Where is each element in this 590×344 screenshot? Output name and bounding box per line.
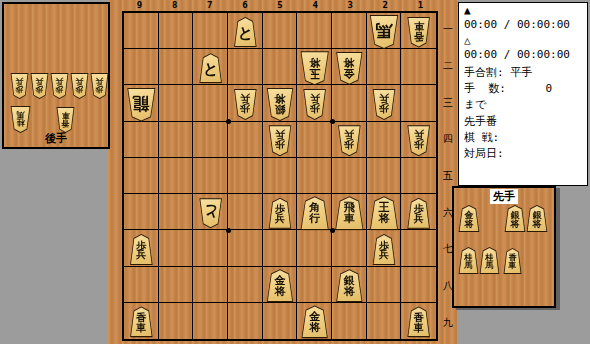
hoshi-dot — [330, 119, 335, 124]
move-count-text: 手 数: 0 — [464, 81, 552, 96]
piece-face: 馬 — [370, 16, 398, 48]
sente-captured-tray: 先手 金将銀将銀将 桂馬桂馬香車 — [452, 186, 556, 308]
board-cell-8八[interactable] — [159, 267, 194, 303]
piece-face: 歩兵 — [91, 74, 108, 98]
gote-tray-row-2: 桂馬香車 — [10, 106, 75, 133]
piece-face: 角行 — [301, 197, 329, 229]
board-cell-4七[interactable] — [297, 230, 332, 266]
piece-face: 歩兵 — [51, 74, 68, 98]
sente-clock: 00:00 / 00:00:00 — [464, 18, 570, 31]
piece-face: 玉将 — [301, 52, 329, 84]
rank-label-一: 一 — [440, 11, 456, 48]
piece-kanji: と — [234, 18, 256, 46]
piece-face: と — [234, 18, 256, 46]
board-cell-9二[interactable] — [124, 49, 159, 85]
piece-金将[interactable]: 金将 — [458, 205, 480, 232]
board-cell-8四[interactable] — [159, 122, 194, 158]
piece-face: 歩兵 — [71, 74, 88, 98]
piece-歩兵[interactable]: 歩兵 — [70, 73, 89, 99]
piece-face: 金将 — [336, 53, 362, 84]
piece-香車[interactable]: 香車 — [56, 107, 75, 133]
board-cell-8六[interactable] — [159, 194, 194, 230]
sente-tray-row-2: 桂馬桂馬香車 — [458, 247, 522, 274]
piece-face: 龍 — [127, 89, 155, 121]
event-text: 棋 戦: — [464, 130, 499, 145]
board-cell-4五[interactable] — [297, 158, 332, 194]
shogi-board[interactable]: と馬香車と玉将金将龍歩兵銀将歩兵歩兵歩兵歩兵歩兵と歩兵角行飛車王将歩兵歩兵歩兵金… — [122, 11, 438, 341]
piece-歩兵[interactable]: 歩兵 — [50, 73, 69, 99]
gote-captured-tray: 歩兵歩兵歩兵歩兵歩兵 桂馬香車 後手 — [2, 2, 110, 149]
piece-face: 香車 — [408, 18, 430, 47]
piece-face: 歩兵 — [304, 90, 326, 119]
board-cell-8三[interactable] — [159, 85, 194, 121]
board-cell-5二[interactable] — [263, 49, 298, 85]
board-cell-6六[interactable] — [228, 194, 263, 230]
piece-香車[interactable]: 香車 — [503, 248, 522, 274]
piece-face: 歩兵 — [373, 90, 395, 119]
piece-kanji: 歩兵 — [51, 74, 68, 98]
piece-kanji: 歩兵 — [338, 126, 360, 155]
board-cell-1三[interactable] — [401, 85, 436, 121]
piece-face: と — [200, 54, 222, 82]
file-label-2: 2 — [368, 0, 403, 11]
piece-face: 金将 — [267, 270, 293, 301]
piece-kanji: 歩兵 — [304, 90, 326, 119]
board-cell-6五[interactable] — [228, 158, 263, 194]
piece-kanji: 歩兵 — [11, 74, 28, 98]
piece-face: 桂馬 — [459, 248, 478, 273]
board-cell-8二[interactable] — [159, 49, 194, 85]
made-text: まで — [464, 97, 487, 112]
board-cell-2二[interactable] — [367, 49, 402, 85]
piece-銀将[interactable]: 銀将 — [526, 205, 548, 232]
board-cell-9八[interactable] — [124, 267, 159, 303]
piece-kanji: 銀将 — [336, 270, 362, 301]
board-cell-8一[interactable] — [159, 13, 194, 49]
piece-face: 桂馬 — [480, 248, 499, 273]
board-cell-6九[interactable] — [228, 303, 263, 339]
piece-kanji: 銀将 — [527, 206, 547, 231]
piece-kanji: 歩兵 — [373, 90, 395, 119]
board-cell-7三[interactable] — [193, 85, 228, 121]
piece-kanji: 銀将 — [505, 206, 525, 231]
board-cell-7一[interactable] — [193, 13, 228, 49]
piece-kanji: 歩兵 — [91, 74, 108, 98]
piece-face: 銀将 — [527, 206, 547, 231]
piece-kanji: 歩兵 — [269, 126, 291, 155]
piece-kanji: 馬 — [370, 16, 398, 48]
board-cell-7八[interactable] — [193, 267, 228, 303]
piece-face: 王将 — [370, 197, 398, 229]
board-cell-3三[interactable] — [332, 85, 367, 121]
sente-tray-label: 先手 — [490, 189, 518, 204]
game-info-panel: ▲ 00:00 / 00:00:00 △ 00:00 / 00:00:00 手合… — [458, 2, 588, 186]
piece-kanji: 香車 — [408, 18, 430, 47]
piece-face: 銀将 — [267, 89, 293, 120]
handicap-text: 手合割: 平手 — [464, 65, 532, 80]
gote-tray-label: 後手 — [45, 131, 67, 146]
board-cell-6八[interactable] — [228, 267, 263, 303]
piece-kanji: 玉将 — [301, 52, 329, 84]
board-cell-1八[interactable] — [401, 267, 436, 303]
piece-kanji: 歩兵 — [408, 126, 430, 155]
sente-turn-icon: ▲ — [464, 4, 471, 17]
board-cell-9四[interactable] — [124, 122, 159, 158]
board-cell-5九[interactable] — [263, 303, 298, 339]
board-cell-1五[interactable] — [401, 158, 436, 194]
piece-kanji: 金将 — [459, 206, 479, 231]
piece-kanji: 龍 — [127, 89, 155, 121]
file-label-7: 7 — [192, 0, 227, 11]
piece-kanji: 金将 — [302, 306, 328, 337]
gote-turn-icon: △ — [464, 34, 471, 47]
hoshi-dot — [226, 228, 231, 233]
board-cell-4四[interactable] — [297, 122, 332, 158]
piece-kanji: 香車 — [408, 307, 430, 336]
piece-kanji: 金将 — [267, 270, 293, 301]
board-cell-5一[interactable] — [263, 13, 298, 49]
board-cell-5七[interactable] — [263, 230, 298, 266]
board-cell-8七[interactable] — [159, 230, 194, 266]
rank-label-四: 四 — [440, 121, 456, 158]
board-cell-6四[interactable] — [228, 122, 263, 158]
board-cell-6七[interactable] — [228, 230, 263, 266]
board-cell-7五[interactable] — [193, 158, 228, 194]
board-cell-4八[interactable] — [297, 267, 332, 303]
rank-label-二: 二 — [440, 48, 456, 85]
file-label-6: 6 — [227, 0, 262, 11]
piece-桂馬[interactable]: 桂馬 — [10, 106, 31, 133]
piece-face: 銀将 — [336, 270, 362, 301]
piece-face: 銀将 — [505, 206, 525, 231]
board-cell-2八[interactable] — [367, 267, 402, 303]
piece-kanji: 歩兵 — [234, 90, 256, 119]
file-coordinates: 987654321 — [122, 0, 438, 11]
board-cell-3五[interactable] — [332, 158, 367, 194]
piece-桂馬[interactable]: 桂馬 — [479, 247, 500, 274]
piece-face: 香車 — [57, 108, 74, 132]
piece-kanji: 桂馬 — [459, 248, 478, 273]
piece-face: 歩兵 — [269, 199, 291, 228]
piece-kanji: 歩兵 — [408, 199, 430, 228]
piece-face: 歩兵 — [31, 74, 48, 98]
board-panel: 987654321 と馬香車と玉将金将龍歩兵銀将歩兵歩兵歩兵歩兵歩兵と歩兵角行飛… — [108, 0, 457, 344]
piece-face: 飛車 — [335, 197, 363, 229]
piece-kanji: 香車 — [57, 108, 74, 132]
shogi-app-window: 987654321 と馬香車と玉将金将龍歩兵銀将歩兵歩兵歩兵歩兵歩兵と歩兵角行飛… — [0, 0, 590, 344]
piece-kanji: 桂馬 — [480, 248, 499, 273]
board-cell-1七[interactable] — [401, 230, 436, 266]
board-cell-7七[interactable] — [193, 230, 228, 266]
piece-face: 歩兵 — [130, 235, 152, 264]
piece-kanji: 歩兵 — [269, 199, 291, 228]
piece-歩兵[interactable]: 歩兵 — [10, 73, 29, 99]
board-cell-2九[interactable] — [367, 303, 402, 339]
board-cell-4一[interactable] — [297, 13, 332, 49]
board-cell-9五[interactable] — [124, 158, 159, 194]
file-label-5: 5 — [262, 0, 297, 11]
piece-face: 歩兵 — [408, 126, 430, 155]
gote-tray-row-1: 歩兵歩兵歩兵歩兵歩兵 — [10, 73, 109, 99]
piece-face: 金将 — [459, 206, 479, 231]
board-cell-7四[interactable] — [193, 122, 228, 158]
piece-kanji: 飛車 — [335, 197, 363, 229]
board-cell-8五[interactable] — [159, 158, 194, 194]
piece-歩兵[interactable]: 歩兵 — [30, 73, 49, 99]
piece-kanji: 歩兵 — [71, 74, 88, 98]
file-label-3: 3 — [333, 0, 368, 11]
piece-face: 歩兵 — [408, 199, 430, 228]
piece-歩兵[interactable]: 歩兵 — [90, 73, 109, 99]
board-cell-9六[interactable] — [124, 194, 159, 230]
piece-kanji: 金将 — [336, 53, 362, 84]
board-cell-3九[interactable] — [332, 303, 367, 339]
piece-kanji: 歩兵 — [373, 235, 395, 264]
hoshi-dot — [330, 228, 335, 233]
piece-face: 金将 — [302, 306, 328, 337]
board-cell-5五[interactable] — [263, 158, 298, 194]
file-label-8: 8 — [157, 0, 192, 11]
date-text: 対局日: — [464, 146, 504, 161]
piece-face: 歩兵 — [234, 90, 256, 119]
turn-to-move-text: 先手番 — [464, 114, 497, 129]
board-cell-3七[interactable] — [332, 230, 367, 266]
piece-kanji: と — [200, 54, 222, 82]
piece-face: 香車 — [504, 249, 521, 273]
file-label-9: 9 — [122, 0, 157, 11]
rank-label-三: 三 — [440, 84, 456, 121]
piece-face: 香車 — [408, 307, 430, 336]
piece-face: 歩兵 — [338, 126, 360, 155]
piece-kanji: 歩兵 — [130, 235, 152, 264]
file-label-4: 4 — [298, 0, 333, 11]
sente-tray-row-1: 金将銀将銀将 — [458, 205, 548, 232]
piece-face: 香車 — [130, 307, 152, 336]
piece-face: 歩兵 — [373, 235, 395, 264]
piece-kanji: 王将 — [370, 197, 398, 229]
board-cell-7九[interactable] — [193, 303, 228, 339]
rank-label-九: 九 — [440, 304, 456, 341]
piece-face: 歩兵 — [269, 126, 291, 155]
piece-face: 歩兵 — [11, 74, 28, 98]
piece-桂馬[interactable]: 桂馬 — [458, 247, 479, 274]
board-cell-9一[interactable] — [124, 13, 159, 49]
piece-face: 桂馬 — [11, 107, 30, 132]
board-cell-6二[interactable] — [228, 49, 263, 85]
board-cell-2四[interactable] — [367, 122, 402, 158]
board-cell-3一[interactable] — [332, 13, 367, 49]
board-cell-8九[interactable] — [159, 303, 194, 339]
piece-銀将[interactable]: 銀将 — [504, 205, 526, 232]
piece-kanji: 香車 — [130, 307, 152, 336]
hoshi-dot — [226, 119, 231, 124]
piece-kanji: 角行 — [301, 197, 329, 229]
gote-clock: 00:00 / 00:00:00 — [464, 48, 570, 61]
board-cell-1二[interactable] — [401, 49, 436, 85]
piece-kanji: 桂馬 — [11, 107, 30, 132]
piece-face: と — [200, 199, 222, 227]
piece-kanji: 歩兵 — [31, 74, 48, 98]
piece-kanji: 香車 — [504, 249, 521, 273]
piece-kanji: と — [200, 199, 222, 227]
file-label-1: 1 — [403, 0, 438, 11]
board-cell-2五[interactable] — [367, 158, 402, 194]
piece-kanji: 銀将 — [267, 89, 293, 120]
